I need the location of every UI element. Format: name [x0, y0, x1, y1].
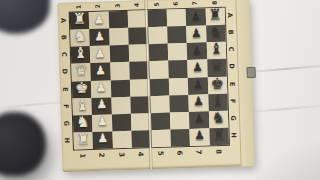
file-labels-right: ABCDEFGH — [225, 6, 240, 143]
coordinate-label: A — [222, 9, 239, 21]
coordinate-label: C — [223, 44, 240, 56]
square-g7[interactable]: ♟ — [189, 111, 209, 129]
black-king-e8[interactable]: ♚ — [210, 76, 224, 91]
black-pawn-e7[interactable]: ♟ — [192, 78, 203, 90]
white-pawn-e2[interactable]: ♟ — [96, 81, 107, 93]
coordinate-label: 1 — [75, 146, 91, 166]
black-pawn-a7[interactable]: ♟ — [190, 10, 201, 22]
square-b5[interactable] — [148, 27, 168, 45]
coordinate-label: 8 — [211, 142, 227, 162]
square-d3[interactable] — [110, 62, 130, 80]
black-pawn-b7[interactable]: ♟ — [191, 27, 202, 39]
white-knight-g1[interactable]: ♞ — [76, 114, 90, 129]
white-pawn-d2[interactable]: ♟ — [95, 64, 106, 76]
square-a7[interactable]: ♟ — [186, 8, 206, 26]
coordinate-label: 3 — [114, 145, 130, 165]
square-a5[interactable] — [147, 10, 167, 28]
square-b3[interactable] — [109, 28, 129, 46]
white-knight-b1[interactable]: ♞ — [73, 29, 87, 44]
square-d6[interactable] — [168, 60, 188, 78]
square-d2[interactable]: ♟ — [91, 63, 111, 81]
coordinate-label: B — [55, 32, 72, 44]
coordinate-label: 5 — [153, 143, 169, 163]
square-g6[interactable] — [170, 112, 190, 130]
square-b6[interactable] — [167, 26, 187, 44]
square-c7[interactable]: ♟ — [187, 43, 207, 61]
square-c5[interactable] — [148, 44, 168, 62]
square-e2[interactable]: ♟ — [91, 80, 111, 98]
square-h1[interactable]: ♜ — [73, 132, 93, 150]
square-e6[interactable] — [169, 77, 189, 95]
square-f7[interactable]: ♟ — [189, 94, 209, 112]
white-pawn-h2[interactable]: ♟ — [97, 132, 108, 144]
board-clasp — [246, 67, 255, 78]
coordinate-label: C — [56, 49, 73, 61]
white-pawn-g2[interactable]: ♟ — [97, 115, 108, 127]
white-pawn-a2[interactable]: ♟ — [93, 13, 104, 25]
square-a6[interactable] — [167, 9, 187, 27]
coordinate-label: G — [58, 117, 75, 129]
white-rook-a1[interactable]: ♜ — [73, 12, 87, 27]
black-bishop-f8[interactable]: ♝ — [211, 93, 225, 108]
white-pawn-b2[interactable]: ♟ — [94, 30, 105, 42]
coordinate-label: E — [224, 78, 241, 90]
coordinate-label: 6 — [172, 143, 188, 163]
coordinate-label: D — [56, 66, 73, 78]
black-knight-b8[interactable]: ♞ — [209, 25, 223, 40]
square-c6[interactable] — [168, 43, 188, 61]
square-f2[interactable]: ♟ — [92, 97, 112, 115]
square-b7[interactable]: ♟ — [186, 26, 206, 44]
coordinate-label: F — [224, 95, 241, 107]
square-g3[interactable] — [112, 114, 132, 132]
square-c2[interactable]: ♟ — [90, 46, 110, 64]
square-g2[interactable]: ♟ — [92, 114, 112, 132]
white-bishop-c1[interactable]: ♝ — [74, 46, 88, 61]
square-e5[interactable] — [149, 78, 169, 96]
white-queen-d1[interactable]: ♛ — [74, 63, 88, 78]
black-queen-d8[interactable]: ♛ — [210, 59, 224, 74]
black-pawn-d7[interactable]: ♟ — [192, 61, 203, 73]
square-g5[interactable] — [150, 112, 170, 130]
coordinate-label: 4 — [133, 144, 149, 164]
square-d7[interactable]: ♟ — [188, 60, 208, 78]
file-labels-left: ABCDEFGH — [58, 12, 73, 149]
white-king-e1[interactable]: ♚ — [75, 80, 89, 95]
black-rook-h8[interactable]: ♜ — [212, 127, 226, 142]
coordinate-label: G — [225, 112, 242, 124]
black-pawn-g7[interactable]: ♟ — [193, 112, 204, 124]
square-f3[interactable] — [111, 96, 131, 114]
square-a2[interactable]: ♟ — [89, 11, 109, 29]
white-pawn-f2[interactable]: ♟ — [96, 98, 107, 110]
coordinate-label: 3 — [112, 0, 122, 12]
out-of-focus-object-top-left — [0, 0, 50, 34]
black-pawn-h7[interactable]: ♟ — [194, 129, 205, 141]
out-of-focus-object-bottom-left — [0, 112, 46, 176]
coordinate-label: B — [222, 27, 239, 39]
photo-scene: ABCDEFGH ABCDEFGH 12345678 12345678 ♜♟♟♜… — [0, 0, 320, 180]
white-rook-h1[interactable]: ♜ — [76, 132, 90, 147]
chess-board: ABCDEFGH ABCDEFGH 12345678 12345678 ♜♟♟♜… — [57, 0, 253, 172]
square-c3[interactable] — [110, 45, 130, 63]
square-b2[interactable]: ♟ — [90, 29, 110, 47]
coordinate-label: A — [55, 15, 72, 27]
square-e7[interactable]: ♟ — [188, 77, 208, 95]
black-rook-a8[interactable]: ♜ — [208, 7, 222, 22]
white-pawn-c2[interactable]: ♟ — [94, 47, 105, 59]
black-pawn-f7[interactable]: ♟ — [193, 95, 204, 107]
square-d5[interactable] — [149, 61, 169, 79]
coordinate-label: 7 — [191, 142, 207, 162]
coordinate-label: 2 — [94, 145, 110, 165]
square-f6[interactable] — [169, 95, 189, 113]
square-f5[interactable] — [150, 95, 170, 113]
coordinate-label: H — [225, 129, 242, 141]
white-bishop-f1[interactable]: ♝ — [75, 97, 89, 112]
coordinate-label: D — [223, 61, 240, 73]
coordinate-label: H — [58, 134, 75, 146]
coordinate-label: E — [57, 83, 74, 95]
black-knight-g8[interactable]: ♞ — [211, 110, 225, 125]
square-e3[interactable] — [111, 79, 131, 97]
black-bishop-c8[interactable]: ♝ — [209, 42, 223, 57]
square-a3[interactable] — [108, 11, 128, 29]
black-pawn-c7[interactable]: ♟ — [191, 44, 202, 56]
coordinate-label: 2 — [93, 0, 103, 12]
coordinate-label: F — [57, 100, 74, 112]
